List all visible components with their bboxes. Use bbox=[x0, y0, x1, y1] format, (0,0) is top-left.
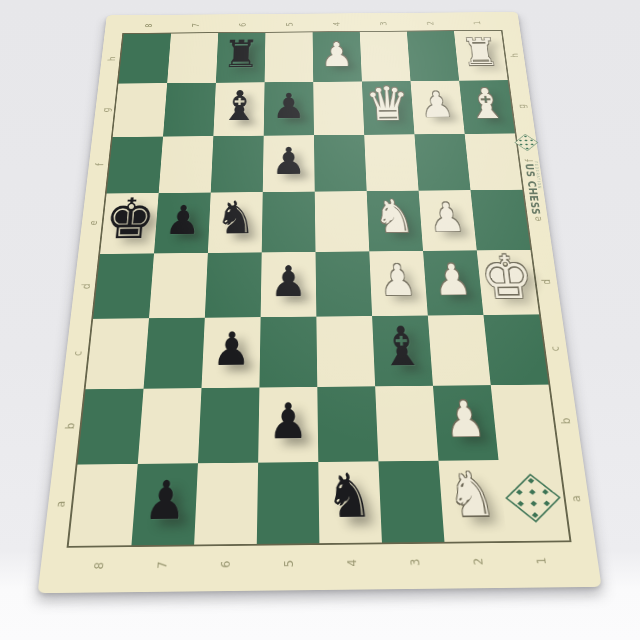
photo-background: 87654321 87654321 hgfedcba hgfedcba ♜♟♜♝… bbox=[0, 0, 640, 640]
square-a6[interactable] bbox=[194, 462, 258, 544]
square-g1[interactable]: ♝ bbox=[459, 80, 515, 133]
square-b7[interactable] bbox=[138, 388, 202, 464]
square-h2[interactable] bbox=[407, 31, 459, 81]
square-f5[interactable]: ♟ bbox=[263, 135, 315, 192]
square-h6[interactable]: ♜ bbox=[216, 33, 266, 83]
square-f8[interactable] bbox=[107, 136, 163, 193]
square-c3[interactable]: ♝ bbox=[372, 316, 433, 386]
square-h1[interactable]: ♜ bbox=[454, 31, 508, 81]
piece-black-knight-e6[interactable]: ♞ bbox=[215, 196, 257, 242]
piece-white-knight-e3[interactable]: ♞ bbox=[373, 194, 416, 240]
square-b3[interactable] bbox=[375, 385, 438, 461]
square-h8[interactable] bbox=[118, 34, 171, 84]
square-a4[interactable]: ♞ bbox=[318, 461, 382, 543]
square-h7[interactable] bbox=[167, 33, 218, 83]
rank-labels-top: 87654321 bbox=[124, 16, 501, 33]
square-a5[interactable] bbox=[257, 462, 320, 544]
square-d4[interactable] bbox=[316, 251, 373, 316]
piece-white-pawn-h4[interactable]: ♟ bbox=[320, 38, 353, 71]
piece-black-bishop-g6[interactable]: ♝ bbox=[219, 85, 260, 127]
uschess-federation-subtext: FEDERATION bbox=[533, 157, 543, 193]
square-h5[interactable] bbox=[265, 32, 314, 82]
rank-top-label-6: 6 bbox=[218, 17, 265, 31]
square-f2[interactable] bbox=[414, 134, 470, 191]
rank-bottom-label-6: 6 bbox=[193, 551, 257, 577]
square-f4[interactable] bbox=[314, 134, 367, 191]
piece-white-rook-h1[interactable]: ♜ bbox=[459, 34, 501, 72]
square-g8[interactable] bbox=[113, 83, 167, 136]
square-c8[interactable] bbox=[86, 318, 149, 388]
square-f1[interactable] bbox=[465, 133, 523, 190]
square-c2[interactable] bbox=[428, 315, 491, 385]
square-b6[interactable] bbox=[198, 387, 259, 463]
piece-black-pawn-b5[interactable]: ♟ bbox=[268, 395, 308, 445]
rank-bottom-label-2: 2 bbox=[445, 548, 510, 574]
rank-top-label-2: 2 bbox=[406, 16, 454, 30]
square-c6[interactable]: ♟ bbox=[202, 317, 261, 387]
square-e1[interactable] bbox=[470, 190, 530, 251]
piece-black-pawn-f5[interactable]: ♟ bbox=[271, 142, 306, 179]
square-d7[interactable] bbox=[149, 253, 208, 318]
uschess-diamond-logo-icon bbox=[513, 134, 539, 151]
piece-black-bishop-c3[interactable]: ♝ bbox=[378, 319, 426, 374]
square-g3[interactable]: ♛ bbox=[362, 81, 415, 134]
square-g5[interactable]: ♟ bbox=[264, 82, 314, 135]
square-e2[interactable]: ♟ bbox=[419, 190, 477, 251]
square-e4[interactable] bbox=[315, 191, 370, 252]
square-e5[interactable] bbox=[262, 191, 316, 252]
piece-white-bishop-g1[interactable]: ♝ bbox=[464, 83, 508, 124]
piece-black-pawn-a7[interactable]: ♟ bbox=[143, 473, 188, 527]
square-g4[interactable] bbox=[313, 82, 364, 135]
square-c7[interactable] bbox=[144, 318, 205, 388]
square-a2[interactable]: ♞ bbox=[438, 460, 506, 542]
square-e3[interactable]: ♞ bbox=[367, 190, 423, 251]
square-a1[interactable] bbox=[499, 459, 570, 541]
piece-black-knight-a4[interactable]: ♞ bbox=[325, 466, 374, 528]
square-d1[interactable]: ♚ bbox=[477, 250, 539, 315]
square-f6[interactable] bbox=[211, 135, 264, 192]
rank-bottom-label-4: 4 bbox=[319, 550, 383, 576]
square-a7[interactable]: ♟ bbox=[131, 463, 198, 545]
square-b5[interactable]: ♟ bbox=[258, 387, 318, 463]
square-h3[interactable] bbox=[360, 32, 411, 82]
rank-top-label-1: 1 bbox=[452, 16, 500, 30]
square-c4[interactable] bbox=[316, 316, 375, 386]
square-d5[interactable]: ♟ bbox=[261, 252, 317, 317]
square-b8[interactable] bbox=[77, 388, 143, 464]
rank-top-label-5: 5 bbox=[265, 17, 312, 31]
rank-top-label-7: 7 bbox=[171, 18, 219, 32]
piece-white-pawn-e2[interactable]: ♟ bbox=[428, 197, 467, 237]
piece-black-rook-h6[interactable]: ♜ bbox=[222, 36, 261, 74]
square-d2[interactable]: ♟ bbox=[423, 250, 483, 315]
uschess-diamond-logo-icon bbox=[503, 473, 564, 522]
rank-bottom-label-8: 8 bbox=[65, 552, 131, 578]
square-e6[interactable]: ♞ bbox=[208, 192, 263, 253]
rank-bottom-label-5: 5 bbox=[256, 550, 320, 576]
square-g7[interactable] bbox=[163, 83, 216, 136]
vinyl-chess-board: 87654321 87654321 hgfedcba hgfedcba ♜♟♜♝… bbox=[38, 12, 602, 593]
square-a8[interactable] bbox=[69, 464, 138, 546]
rank-bottom-label-7: 7 bbox=[129, 552, 194, 578]
piece-white-pawn-b2[interactable]: ♟ bbox=[443, 394, 487, 444]
square-b2[interactable]: ♟ bbox=[433, 385, 499, 461]
square-d6[interactable] bbox=[205, 252, 262, 317]
square-f3[interactable] bbox=[364, 134, 418, 191]
piece-white-queen-g3[interactable]: ♛ bbox=[364, 81, 411, 128]
piece-black-pawn-c6[interactable]: ♟ bbox=[212, 326, 252, 372]
rank-top-label-3: 3 bbox=[359, 16, 407, 30]
square-c1[interactable] bbox=[483, 315, 548, 385]
piece-white-knight-a2[interactable]: ♞ bbox=[446, 465, 498, 527]
piece-white-pawn-d2[interactable]: ♟ bbox=[432, 258, 472, 301]
rank-top-label-4: 4 bbox=[312, 17, 359, 31]
uschess-margin-logo bbox=[513, 134, 539, 154]
square-g2[interactable]: ♟ bbox=[411, 81, 465, 134]
piece-black-pawn-d5[interactable]: ♟ bbox=[270, 260, 307, 303]
rank-bottom-label-1: 1 bbox=[508, 547, 574, 573]
rank-bottom-label-3: 3 bbox=[382, 549, 447, 575]
square-b1[interactable] bbox=[491, 384, 559, 460]
square-h4[interactable]: ♟ bbox=[313, 32, 362, 82]
square-d3[interactable]: ♟ bbox=[369, 251, 428, 316]
piece-white-king-d1[interactable]: ♚ bbox=[478, 248, 537, 309]
square-e7[interactable]: ♟ bbox=[154, 192, 211, 253]
square-e8[interactable]: ♚ bbox=[100, 193, 159, 254]
square-d8[interactable] bbox=[93, 253, 154, 319]
chess-board-grid: ♜♟♜♝♟♛♟♝♟♚♟♞♞♟♟♟♟♚♟♝♟♟♟♞♞ bbox=[69, 31, 570, 546]
piece-black-king-e8[interactable]: ♚ bbox=[102, 191, 158, 248]
square-f7[interactable] bbox=[159, 136, 214, 193]
square-b4[interactable] bbox=[317, 386, 378, 462]
uschess-corner-logo bbox=[503, 473, 565, 526]
rank-top-label-8: 8 bbox=[124, 18, 172, 32]
piece-white-pawn-g2[interactable]: ♟ bbox=[419, 87, 455, 122]
piece-black-pawn-e7[interactable]: ♟ bbox=[164, 200, 202, 240]
square-g6[interactable]: ♝ bbox=[213, 82, 264, 135]
rank-labels-bottom: 87654321 bbox=[65, 547, 573, 578]
piece-black-pawn-g5[interactable]: ♟ bbox=[272, 88, 306, 123]
square-c5[interactable] bbox=[259, 317, 317, 387]
piece-white-pawn-d3[interactable]: ♟ bbox=[378, 259, 417, 302]
square-a3[interactable] bbox=[378, 461, 444, 543]
